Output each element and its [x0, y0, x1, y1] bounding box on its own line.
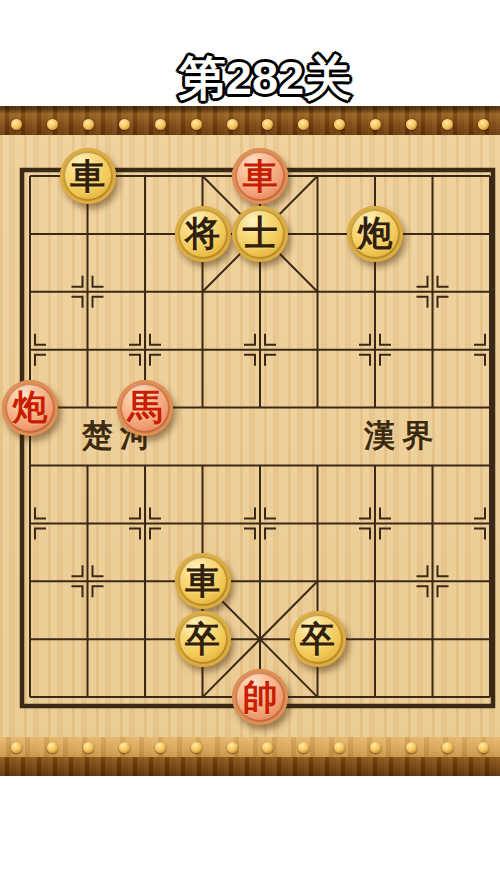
rivet — [334, 742, 345, 753]
piece-black-advisor[interactable]: 士 — [232, 206, 288, 262]
rivet — [191, 119, 202, 130]
piece-black-soldier[interactable]: 卒 — [290, 611, 346, 667]
rivet — [370, 742, 381, 753]
piece-black-cannon[interactable]: 炮 — [347, 206, 403, 262]
rivet — [478, 119, 489, 130]
rivet — [262, 742, 273, 753]
rivet — [298, 119, 309, 130]
rivet — [370, 119, 381, 130]
piece-red-chariot[interactable]: 車 — [232, 148, 288, 204]
piece-black-chariot[interactable]: 車 — [175, 553, 231, 609]
piece-black-soldier[interactable]: 卒 — [175, 611, 231, 667]
rivet — [227, 742, 238, 753]
bottom-rail-rivets — [0, 737, 500, 757]
rivet — [155, 119, 166, 130]
bottom-rail-top-face — [0, 737, 500, 757]
rivet — [11, 742, 22, 753]
screen: 第282关 楚河 漢界 車車将士炮炮馬車卒卒帥 — [0, 0, 500, 888]
rivet — [11, 119, 22, 130]
rivet — [47, 742, 58, 753]
rivet — [478, 742, 489, 753]
river-label-han: 漢界 — [337, 417, 467, 455]
rivet — [191, 742, 202, 753]
rivet — [442, 742, 453, 753]
rivet — [334, 119, 345, 130]
top-rail — [0, 106, 500, 135]
rivet — [406, 119, 417, 130]
piece-black-general[interactable]: 将 — [175, 206, 231, 262]
piece-red-cannon[interactable]: 炮 — [2, 380, 58, 436]
rivet — [119, 119, 130, 130]
level-title: 第282关 — [15, 50, 500, 106]
piece-red-general[interactable]: 帥 — [232, 669, 288, 725]
rivet — [155, 742, 166, 753]
rivet — [83, 742, 94, 753]
rivet — [442, 119, 453, 130]
rivet — [119, 742, 130, 753]
rivet — [227, 119, 238, 130]
piece-black-chariot[interactable]: 車 — [60, 148, 116, 204]
rivet — [262, 119, 273, 130]
bottom-rail-front-face — [0, 757, 500, 776]
piece-red-horse[interactable]: 馬 — [117, 380, 173, 436]
rivet — [83, 119, 94, 130]
top-rail-rivets — [0, 106, 500, 135]
rivet — [47, 119, 58, 130]
rivet — [406, 742, 417, 753]
rivet — [298, 742, 309, 753]
